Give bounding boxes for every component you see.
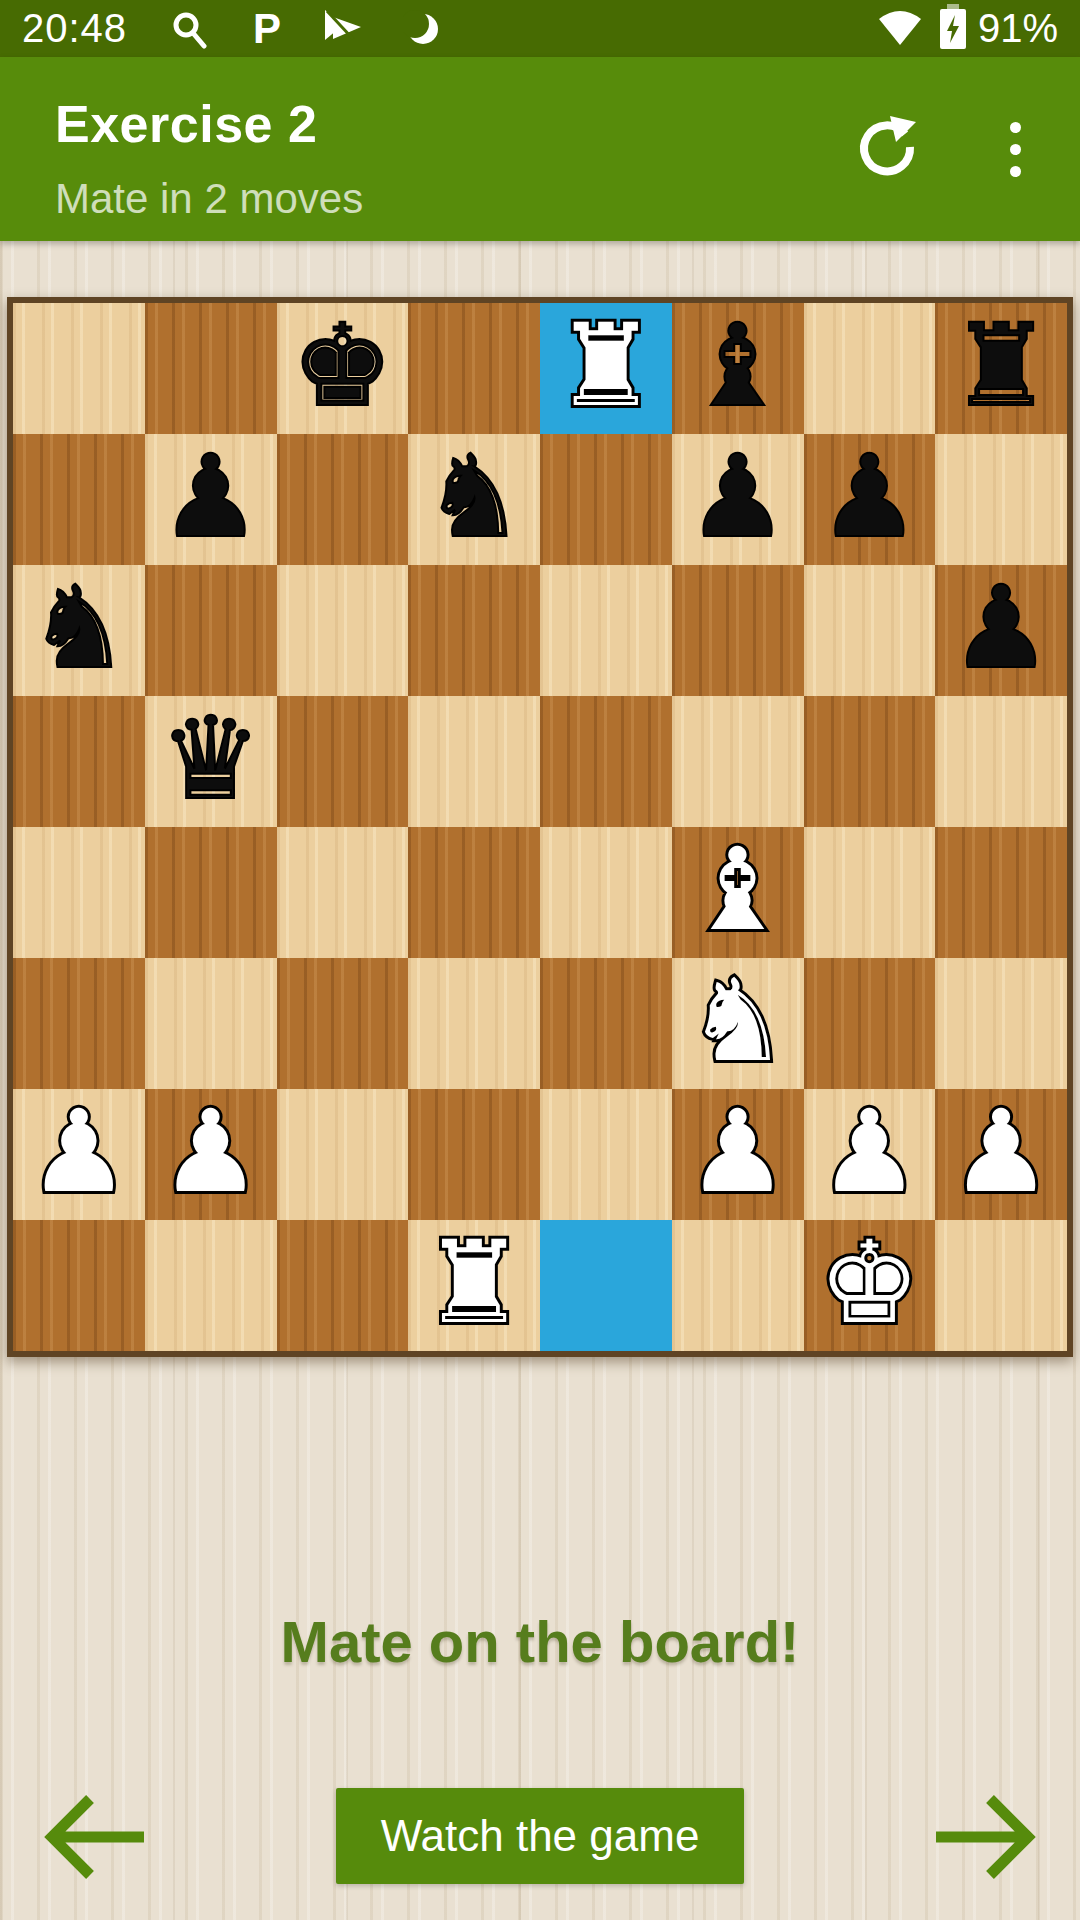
square-e4[interactable] xyxy=(540,827,672,958)
app-bar: Exercise 2 Mate in 2 moves xyxy=(0,57,1080,241)
piece-black-knight: ♞ xyxy=(28,571,130,685)
square-b1[interactable] xyxy=(145,1220,277,1351)
chess-board: ♚♜♝♜♟♞♟♟♞♟♛♝♞♟♟♟♟♟♜♚ xyxy=(13,303,1067,1351)
square-g7[interactable]: ♟ xyxy=(804,434,936,565)
wifi-icon xyxy=(876,9,924,49)
square-f5[interactable] xyxy=(672,696,804,827)
square-c4[interactable] xyxy=(277,827,409,958)
clock: 20:48 xyxy=(22,6,127,51)
square-b6[interactable] xyxy=(145,565,277,696)
square-f3[interactable]: ♞ xyxy=(672,958,804,1089)
square-e8[interactable]: ♜ xyxy=(540,303,672,434)
kebab-menu-icon xyxy=(1010,122,1021,177)
square-e6[interactable] xyxy=(540,565,672,696)
square-d2[interactable] xyxy=(408,1089,540,1220)
square-b8[interactable] xyxy=(145,303,277,434)
piece-white-pawn: ♟ xyxy=(160,1095,262,1209)
square-a4[interactable] xyxy=(13,827,145,958)
square-f7[interactable]: ♟ xyxy=(672,434,804,565)
prev-exercise-button[interactable] xyxy=(42,1793,152,1885)
square-h1[interactable] xyxy=(935,1220,1067,1351)
square-f6[interactable] xyxy=(672,565,804,696)
square-h4[interactable] xyxy=(935,827,1067,958)
square-c5[interactable] xyxy=(277,696,409,827)
square-c8[interactable]: ♚ xyxy=(277,303,409,434)
square-h6[interactable]: ♟ xyxy=(935,565,1067,696)
square-h7[interactable] xyxy=(935,434,1067,565)
square-c7[interactable] xyxy=(277,434,409,565)
chess-board-frame: ♚♜♝♜♟♞♟♟♞♟♛♝♞♟♟♟♟♟♜♚ xyxy=(7,297,1073,1357)
square-d7[interactable]: ♞ xyxy=(408,434,540,565)
square-d6[interactable] xyxy=(408,565,540,696)
left-arrow-icon xyxy=(42,1791,152,1887)
square-a3[interactable] xyxy=(13,958,145,1089)
search-icon xyxy=(169,9,209,49)
right-arrow-icon xyxy=(928,1791,1038,1887)
play-store-icon xyxy=(323,9,361,49)
square-d5[interactable] xyxy=(408,696,540,827)
overflow-menu-button[interactable] xyxy=(980,114,1050,184)
piece-white-pawn: ♟ xyxy=(28,1095,130,1209)
piece-black-queen: ♛ xyxy=(160,702,262,816)
square-b4[interactable] xyxy=(145,827,277,958)
piece-black-king: ♚ xyxy=(291,309,393,423)
piece-black-pawn: ♟ xyxy=(818,440,920,554)
square-h3[interactable] xyxy=(935,958,1067,1089)
square-c2[interactable] xyxy=(277,1089,409,1220)
square-g4[interactable] xyxy=(804,827,936,958)
square-a6[interactable]: ♞ xyxy=(13,565,145,696)
piece-white-rook: ♜ xyxy=(555,309,657,423)
piece-black-pawn: ♟ xyxy=(687,440,789,554)
square-c1[interactable] xyxy=(277,1220,409,1351)
square-g3[interactable] xyxy=(804,958,936,1089)
square-h5[interactable] xyxy=(935,696,1067,827)
moon-icon xyxy=(403,9,443,49)
square-a2[interactable]: ♟ xyxy=(13,1089,145,1220)
square-a1[interactable] xyxy=(13,1220,145,1351)
square-e3[interactable] xyxy=(540,958,672,1089)
refresh-icon xyxy=(854,114,920,184)
square-f4[interactable]: ♝ xyxy=(672,827,804,958)
square-g8[interactable] xyxy=(804,303,936,434)
square-g5[interactable] xyxy=(804,696,936,827)
square-b2[interactable]: ♟ xyxy=(145,1089,277,1220)
square-b7[interactable]: ♟ xyxy=(145,434,277,565)
piece-black-pawn: ♟ xyxy=(950,571,1052,685)
piece-white-pawn: ♟ xyxy=(950,1095,1052,1209)
square-e2[interactable] xyxy=(540,1089,672,1220)
piece-black-bishop: ♝ xyxy=(687,309,789,423)
pushbullet-icon: P xyxy=(253,5,281,53)
square-a5[interactable] xyxy=(13,696,145,827)
result-message: Mate on the board! xyxy=(0,1608,1080,1675)
square-d1[interactable]: ♜ xyxy=(408,1220,540,1351)
piece-black-rook: ♜ xyxy=(950,309,1052,423)
square-f1[interactable] xyxy=(672,1220,804,1351)
piece-white-bishop: ♝ xyxy=(687,833,789,947)
square-d8[interactable] xyxy=(408,303,540,434)
piece-black-knight: ♞ xyxy=(423,440,525,554)
square-h2[interactable]: ♟ xyxy=(935,1089,1067,1220)
square-d3[interactable] xyxy=(408,958,540,1089)
square-e1[interactable] xyxy=(540,1220,672,1351)
square-a7[interactable] xyxy=(13,434,145,565)
piece-white-rook: ♜ xyxy=(423,1226,525,1340)
square-b5[interactable]: ♛ xyxy=(145,696,277,827)
status-bar: 20:48 P 91% xyxy=(0,0,1080,57)
square-e5[interactable] xyxy=(540,696,672,827)
square-g1[interactable]: ♚ xyxy=(804,1220,936,1351)
piece-white-king: ♚ xyxy=(818,1226,920,1340)
square-h8[interactable]: ♜ xyxy=(935,303,1067,434)
square-d4[interactable] xyxy=(408,827,540,958)
square-g2[interactable]: ♟ xyxy=(804,1089,936,1220)
square-f8[interactable]: ♝ xyxy=(672,303,804,434)
square-c3[interactable] xyxy=(277,958,409,1089)
watch-the-game-button[interactable]: Watch the game xyxy=(336,1788,744,1884)
square-c6[interactable] xyxy=(277,565,409,696)
square-b3[interactable] xyxy=(145,958,277,1089)
square-f2[interactable]: ♟ xyxy=(672,1089,804,1220)
square-a8[interactable] xyxy=(13,303,145,434)
square-g6[interactable] xyxy=(804,565,936,696)
battery-percent: 91% xyxy=(978,6,1058,51)
piece-white-pawn: ♟ xyxy=(818,1095,920,1209)
next-exercise-button[interactable] xyxy=(928,1793,1038,1885)
piece-white-knight: ♞ xyxy=(687,964,789,1078)
page-title: Exercise 2 xyxy=(55,94,317,154)
battery-charging-icon xyxy=(940,9,966,49)
piece-black-pawn: ♟ xyxy=(160,440,262,554)
piece-white-pawn: ♟ xyxy=(687,1095,789,1209)
page-subtitle: Mate in 2 moves xyxy=(55,175,363,223)
square-e7[interactable] xyxy=(540,434,672,565)
refresh-button[interactable] xyxy=(852,114,922,184)
